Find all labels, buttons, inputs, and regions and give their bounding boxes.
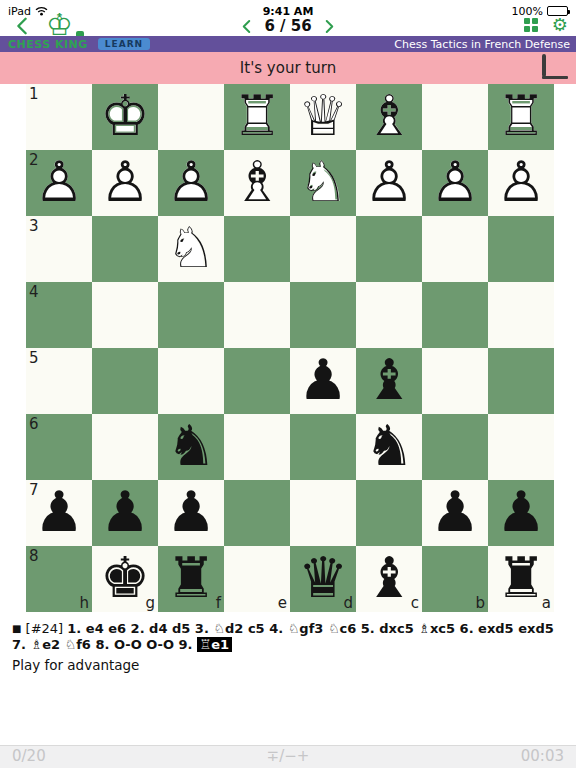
battery-percent: 100% — [512, 5, 543, 18]
square-d8[interactable]: d♛ — [290, 546, 356, 612]
turn-text: It's your turn — [240, 59, 336, 77]
next-puzzle-button[interactable] — [324, 19, 335, 34]
square-g8[interactable]: g♚ — [92, 546, 158, 612]
square-f6[interactable]: ♞ — [158, 414, 224, 480]
square-g4[interactable] — [92, 282, 158, 348]
timer-label: 00:03 — [521, 747, 564, 765]
white-bishop[interactable]: ♝♗ — [224, 150, 290, 216]
square-g7[interactable]: ♟ — [92, 480, 158, 546]
black-bishop[interactable]: ♝ — [356, 348, 422, 414]
square-h6[interactable]: 6 — [26, 414, 92, 480]
current-move[interactable]: ♖e1 — [197, 637, 233, 652]
board-grid: 1♚♔♜♖♛♕♝♗♜♖2♟♙♟♙♟♙♝♗♞♘♟♙♟♙♟♙3♞♘45♟♝6♞♞7♟… — [26, 84, 554, 612]
square-f2[interactable]: ♟♙ — [158, 150, 224, 216]
rank-label-4: 4 — [29, 283, 39, 301]
white-queen[interactable]: ♛♕ — [290, 84, 356, 150]
file-label-g: g — [145, 594, 155, 612]
white-knight[interactable]: ♞♘ — [158, 216, 224, 282]
puzzle-number: [#24] — [26, 621, 64, 636]
white-pawn[interactable]: ♟♙ — [356, 150, 422, 216]
white-pawn[interactable]: ♟♙ — [488, 150, 554, 216]
rank-label-6: 6 — [29, 415, 39, 433]
square-e4[interactable] — [224, 282, 290, 348]
square-b3[interactable] — [422, 216, 488, 282]
square-h8[interactable]: 8h — [26, 546, 92, 612]
moves-panel: ■ [#24] 1. e4 e6 2. d4 d5 3. ♘d2 c5 4. ♘… — [0, 612, 576, 673]
white-pawn[interactable]: ♟♙ — [422, 150, 488, 216]
square-c8[interactable]: c♝ — [356, 546, 422, 612]
nav-bar: ♔ 6 / 56 ⚙ — [0, 20, 576, 36]
square-a8[interactable]: a♜ — [488, 546, 554, 612]
file-label-f: f — [216, 594, 221, 612]
square-a5[interactable] — [488, 348, 554, 414]
rank-label-2: 2 — [29, 151, 39, 169]
square-c5[interactable]: ♝ — [356, 348, 422, 414]
rank-label-1: 1 — [29, 85, 39, 103]
square-c4[interactable] — [356, 282, 422, 348]
square-h4[interactable]: 4 — [26, 282, 92, 348]
learn-badge: LEARN — [98, 38, 150, 50]
square-e3[interactable] — [224, 216, 290, 282]
battery-icon — [547, 6, 568, 16]
square-h2[interactable]: 2♟♙ — [26, 150, 92, 216]
white-king[interactable]: ♚♔ — [92, 84, 158, 150]
square-f7[interactable]: ♟ — [158, 480, 224, 546]
white-knight[interactable]: ♞♘ — [290, 150, 356, 216]
square-b6[interactable] — [422, 414, 488, 480]
square-d7[interactable] — [290, 480, 356, 546]
black-knight[interactable]: ♞ — [158, 414, 224, 480]
file-label-c: c — [411, 594, 419, 612]
chess-king-app: iPad 9:41 AM 100% ♔ — [0, 0, 576, 768]
square-g2[interactable]: ♟♙ — [92, 150, 158, 216]
square-b2[interactable]: ♟♙ — [422, 150, 488, 216]
square-h1[interactable]: 1 — [26, 84, 92, 150]
file-label-a: a — [542, 594, 551, 612]
square-c7[interactable] — [356, 480, 422, 546]
square-e5[interactable] — [224, 348, 290, 414]
move-list-marker: ■ — [12, 623, 21, 634]
app-name: CHESS KING — [8, 38, 88, 51]
square-d3[interactable] — [290, 216, 356, 282]
move-notation[interactable]: 1. e4 e6 2. d4 d5 3. ♘d2 c5 4. ♘gf3 ♘c6 … — [12, 621, 554, 652]
square-b4[interactable] — [422, 282, 488, 348]
turn-banner: It's your turn — [0, 52, 576, 84]
rank-label-8: 8 — [29, 547, 39, 565]
black-knight[interactable]: ♞ — [356, 414, 422, 480]
black-pawn[interactable]: ♟ — [290, 348, 356, 414]
puzzle-instruction: Play for advantage — [12, 657, 564, 674]
file-label-h: h — [79, 594, 89, 612]
rank-label-3: 3 — [29, 217, 39, 235]
square-h7[interactable]: 7♟ — [26, 480, 92, 546]
move-list: ■ [#24] 1. e4 e6 2. d4 d5 3. ♘d2 c5 4. ♘… — [12, 621, 564, 654]
puzzle-counter: 6 / 56 — [264, 17, 311, 35]
square-e1[interactable]: ♜♖ — [224, 84, 290, 150]
file-label-d: d — [343, 594, 353, 612]
square-a2[interactable]: ♟♙ — [488, 150, 554, 216]
square-h5[interactable]: 5 — [26, 348, 92, 414]
white-pawn[interactable]: ♟♙ — [158, 150, 224, 216]
white-rook[interactable]: ♜♖ — [224, 84, 290, 150]
square-g5[interactable] — [92, 348, 158, 414]
square-f1[interactable] — [158, 84, 224, 150]
black-pawn[interactable]: ♟ — [422, 480, 488, 546]
square-h3[interactable]: 3 — [26, 216, 92, 282]
white-rook[interactable]: ♜♖ — [488, 84, 554, 150]
square-a3[interactable] — [488, 216, 554, 282]
square-g3[interactable] — [92, 216, 158, 282]
puzzle-list-button[interactable] — [524, 18, 538, 32]
file-label-b: b — [475, 594, 485, 612]
square-b1[interactable] — [422, 84, 488, 150]
black-pawn[interactable]: ♟ — [92, 480, 158, 546]
chessboard: 1♚♔♜♖♛♕♝♗♜♖2♟♙♟♙♟♙♝♗♞♘♟♙♟♙♟♙3♞♘45♟♝6♞♞7♟… — [26, 84, 554, 612]
square-c3[interactable] — [356, 216, 422, 282]
black-pawn[interactable]: ♟ — [488, 480, 554, 546]
brand-bar: CHESS KING LEARN Chess Tactics in French… — [0, 36, 576, 52]
bottom-status-bar: 0/20 ∓/−+ 00:03 — [0, 745, 576, 768]
square-a7[interactable]: ♟ — [488, 480, 554, 546]
course-title: Chess Tactics in French Defense — [394, 38, 570, 51]
square-c6[interactable]: ♞ — [356, 414, 422, 480]
square-b5[interactable] — [422, 348, 488, 414]
square-d2[interactable]: ♞♘ — [290, 150, 356, 216]
evaluation-label: ∓/−+ — [0, 747, 576, 765]
square-f5[interactable] — [158, 348, 224, 414]
square-a1[interactable]: ♜♖ — [488, 84, 554, 150]
white-pawn[interactable]: ♟♙ — [92, 150, 158, 216]
square-a4[interactable] — [488, 282, 554, 348]
square-f3[interactable]: ♞♘ — [158, 216, 224, 282]
square-e7[interactable] — [224, 480, 290, 546]
square-f8[interactable]: f♜ — [158, 546, 224, 612]
square-e6[interactable] — [224, 414, 290, 480]
square-d1[interactable]: ♛♕ — [290, 84, 356, 150]
rank-label-5: 5 — [29, 349, 39, 367]
white-bishop[interactable]: ♝♗ — [356, 84, 422, 150]
square-a6[interactable] — [488, 414, 554, 480]
square-g6[interactable] — [92, 414, 158, 480]
square-d6[interactable] — [290, 414, 356, 480]
square-f4[interactable] — [158, 282, 224, 348]
square-c1[interactable]: ♝♗ — [356, 84, 422, 150]
file-label-e: e — [278, 594, 287, 612]
square-e8[interactable]: e — [224, 546, 290, 612]
square-e2[interactable]: ♝♗ — [224, 150, 290, 216]
square-c2[interactable]: ♟♙ — [356, 150, 422, 216]
square-d4[interactable] — [290, 282, 356, 348]
square-d5[interactable]: ♟ — [290, 348, 356, 414]
square-g1[interactable]: ♚♔ — [92, 84, 158, 150]
computer-icon[interactable] — [542, 56, 568, 79]
black-pawn[interactable]: ♟ — [158, 480, 224, 546]
square-b8[interactable]: b — [422, 546, 488, 612]
rank-label-7: 7 — [29, 481, 39, 499]
black-rook[interactable]: ♜ — [158, 546, 224, 612]
square-b7[interactable]: ♟ — [422, 480, 488, 546]
prev-puzzle-button[interactable] — [241, 19, 252, 34]
